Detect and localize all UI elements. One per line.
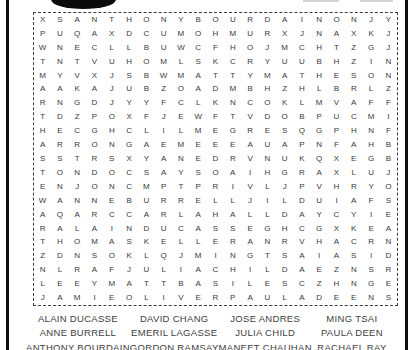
grid-cell: Y bbox=[86, 277, 103, 291]
grid-cell: J bbox=[155, 110, 172, 124]
grid-cell: N bbox=[103, 180, 120, 194]
word-list-item: MING TSAI bbox=[312, 311, 392, 326]
grid-cell: H bbox=[51, 235, 68, 249]
grid-cell: D bbox=[276, 208, 293, 222]
grid-cell: M bbox=[172, 138, 189, 152]
cropped-header-mark bbox=[360, 0, 393, 2]
grid-cell: Z bbox=[276, 83, 293, 97]
grid-cell: M bbox=[69, 291, 86, 305]
grid-cell: G bbox=[224, 124, 241, 138]
grid-cell: Y bbox=[51, 69, 68, 83]
grid-cell: Z bbox=[69, 110, 86, 124]
grid-cell: O bbox=[103, 110, 120, 124]
cropped-header-mark bbox=[303, 0, 339, 2]
grid-cell: H bbox=[207, 208, 224, 222]
grid-cell: F bbox=[155, 96, 172, 110]
grid-cell: D bbox=[259, 110, 276, 124]
grid-cell: S bbox=[380, 291, 397, 305]
grid-cell: Y bbox=[138, 96, 155, 110]
grid-cell: E bbox=[155, 235, 172, 249]
grid-cell: O bbox=[362, 69, 379, 83]
grid-cell: L bbox=[241, 208, 258, 222]
grid-cell: X bbox=[103, 27, 120, 41]
grid-cell: J bbox=[120, 263, 137, 277]
grid-cell: R bbox=[51, 138, 68, 152]
grid-cell: U bbox=[138, 194, 155, 208]
grid-cell: O bbox=[207, 166, 224, 180]
grid-cell: O bbox=[241, 41, 258, 55]
grid-cell: C bbox=[328, 208, 345, 222]
grid-cell: O bbox=[69, 235, 86, 249]
grid-cell: S bbox=[120, 235, 137, 249]
word-list-item: GORDON RAMSAY bbox=[130, 340, 219, 350]
grid-cell: S bbox=[190, 55, 207, 69]
grid-cell: U bbox=[155, 222, 172, 236]
grid-cell: E bbox=[362, 222, 379, 236]
grid-cell: D bbox=[51, 110, 68, 124]
grid-cell: U bbox=[224, 13, 241, 27]
grid-cell: A bbox=[293, 263, 310, 277]
grid-cell: Z bbox=[34, 249, 51, 263]
grid-cell: L bbox=[311, 83, 328, 97]
grid-cell: N bbox=[103, 138, 120, 152]
grid-cell: C bbox=[120, 124, 137, 138]
word-list-item: EMERIL LAGASSE bbox=[130, 326, 219, 341]
grid-cell: A bbox=[190, 83, 207, 97]
page-border-right bbox=[405, 0, 408, 350]
grid-cell: E bbox=[207, 235, 224, 249]
grid-cell: H bbox=[120, 55, 137, 69]
word-list-item: JOSE ANDRES bbox=[219, 311, 312, 326]
grid-cell: E bbox=[345, 291, 362, 305]
grid-cell: N bbox=[345, 13, 362, 27]
grid-cell: E bbox=[380, 277, 397, 291]
grid-cell: H bbox=[103, 124, 120, 138]
grid-cell: S bbox=[138, 166, 155, 180]
grid-cell: C bbox=[293, 41, 310, 55]
grid-cell: F bbox=[380, 96, 397, 110]
grid-cell: V bbox=[328, 96, 345, 110]
grid-cell: A bbox=[311, 166, 328, 180]
grid-cell: B bbox=[138, 69, 155, 83]
grid-cell: C bbox=[345, 110, 362, 124]
grid-cell: A bbox=[241, 291, 258, 305]
grid-cell: Y bbox=[345, 208, 362, 222]
grid-cell: M bbox=[172, 69, 189, 83]
grid-cell: Y bbox=[259, 55, 276, 69]
grid-cell: I bbox=[241, 263, 258, 277]
grid-cell: V bbox=[293, 235, 310, 249]
grid-cell: I bbox=[241, 166, 258, 180]
grid-cell: G bbox=[120, 138, 137, 152]
grid-cell: L bbox=[120, 41, 137, 55]
grid-cell: D bbox=[380, 249, 397, 263]
grid-cell: W bbox=[34, 194, 51, 208]
grid-cell: N bbox=[155, 13, 172, 27]
grid-cell: C bbox=[345, 235, 362, 249]
grid-cell: M bbox=[224, 27, 241, 41]
grid-cell: E bbox=[103, 194, 120, 208]
grid-cell: P bbox=[86, 110, 103, 124]
grid-cell: B bbox=[138, 41, 155, 55]
grid-cell: F bbox=[207, 41, 224, 55]
word-list-item: DAVID CHANG bbox=[130, 311, 219, 326]
grid-cell: G bbox=[259, 222, 276, 236]
grid-cell: M bbox=[103, 277, 120, 291]
word-list-item: MANEET CHAUHAN bbox=[219, 340, 312, 350]
grid-cell: G bbox=[362, 152, 379, 166]
grid-cell: S bbox=[207, 222, 224, 236]
grid-cell: C bbox=[207, 263, 224, 277]
grid-cell: H bbox=[207, 27, 224, 41]
grid-cell: H bbox=[34, 124, 51, 138]
grid-cell: E bbox=[51, 277, 68, 291]
grid-cell: N bbox=[345, 263, 362, 277]
grid-cell: M bbox=[155, 55, 172, 69]
grid-cell: X bbox=[328, 152, 345, 166]
grid-cell: P bbox=[190, 180, 207, 194]
grid-cell: T bbox=[224, 110, 241, 124]
grid-cell: A bbox=[328, 27, 345, 41]
grid-cell: L bbox=[138, 291, 155, 305]
grid-cell: U bbox=[138, 263, 155, 277]
grid-cell: D bbox=[207, 83, 224, 97]
grid-cell: I bbox=[103, 222, 120, 236]
grid-cell: F bbox=[362, 194, 379, 208]
grid-cell: M bbox=[190, 124, 207, 138]
word-list-item: JULIA CHILD bbox=[219, 326, 312, 341]
grid-cell: R bbox=[86, 152, 103, 166]
grid-cell: E bbox=[207, 138, 224, 152]
grid-cell: Z bbox=[311, 277, 328, 291]
grid-cell: B bbox=[380, 152, 397, 166]
grid-cell: R bbox=[207, 291, 224, 305]
grid-cell: C bbox=[293, 277, 310, 291]
grid-cell: L bbox=[190, 96, 207, 110]
grid-cell: U bbox=[293, 55, 310, 69]
grid-cell: A bbox=[155, 152, 172, 166]
word-search-grid: XSANTHONYBOURDAINONJYPUQAXDCUMOHMURXJNAX… bbox=[33, 12, 398, 306]
grid-cell: I bbox=[311, 249, 328, 263]
grid-cell: N bbox=[51, 180, 68, 194]
grid-cell: I bbox=[362, 249, 379, 263]
grid-cell: T bbox=[172, 180, 189, 194]
grid-cell: L bbox=[34, 277, 51, 291]
grid-cell: U bbox=[51, 27, 68, 41]
grid-cell: U bbox=[241, 27, 258, 41]
grid-cell: T bbox=[259, 249, 276, 263]
grid-cell: R bbox=[34, 222, 51, 236]
grid-cell: P bbox=[328, 124, 345, 138]
grid-cell: O bbox=[328, 13, 345, 27]
grid-cell: N bbox=[362, 124, 379, 138]
grid-cell: O bbox=[86, 138, 103, 152]
word-list-item: ANNE BURRELL bbox=[26, 326, 130, 341]
grid-cell: F bbox=[328, 138, 345, 152]
grid-cell: T bbox=[293, 69, 310, 83]
grid-cell: G bbox=[311, 124, 328, 138]
grid-cell: E bbox=[190, 152, 207, 166]
grid-cell: N bbox=[380, 69, 397, 83]
grid-cell: U bbox=[155, 41, 172, 55]
grid-cell: A bbox=[224, 208, 241, 222]
grid-cell: A bbox=[345, 138, 362, 152]
grid-cell: J bbox=[241, 194, 258, 208]
grid-cell: B bbox=[172, 277, 189, 291]
grid-cell: A bbox=[138, 138, 155, 152]
grid-cell: L bbox=[259, 263, 276, 277]
grid-cell: A bbox=[380, 222, 397, 236]
grid-cell: R bbox=[345, 83, 362, 97]
grid-cell: D bbox=[311, 291, 328, 305]
grid-cell: T bbox=[138, 277, 155, 291]
grid-cell: X bbox=[120, 110, 137, 124]
grid-cell: T bbox=[207, 69, 224, 83]
grid-cell: A bbox=[190, 277, 207, 291]
grid-cell: A bbox=[276, 138, 293, 152]
grid-cell: I bbox=[172, 263, 189, 277]
grid-cell: B bbox=[138, 83, 155, 97]
grid-cell: K bbox=[276, 96, 293, 110]
grid-cell: H bbox=[328, 277, 345, 291]
grid-cell: Y bbox=[362, 180, 379, 194]
grid-cell: A bbox=[293, 249, 310, 263]
grid-cell: V bbox=[241, 110, 258, 124]
grid-cell: O bbox=[259, 96, 276, 110]
grid-cell: O bbox=[207, 13, 224, 27]
grid-cell: E bbox=[328, 291, 345, 305]
grid-cell: L bbox=[138, 124, 155, 138]
grid-cell: O bbox=[138, 55, 155, 69]
grid-cell: L bbox=[259, 180, 276, 194]
grid-cell: J bbox=[362, 13, 379, 27]
grid-cell: R bbox=[69, 138, 86, 152]
grid-cell: J bbox=[380, 27, 397, 41]
grid-cell: B bbox=[380, 138, 397, 152]
grid-cell: S bbox=[120, 69, 137, 83]
grid-cell: L bbox=[172, 235, 189, 249]
grid-cell: K bbox=[293, 152, 310, 166]
grid-cell: C bbox=[120, 208, 137, 222]
grid-cell: H bbox=[362, 138, 379, 152]
grid-cell: N bbox=[69, 194, 86, 208]
grid-cell: J bbox=[103, 83, 120, 97]
grid-cell: X bbox=[328, 222, 345, 236]
grid-cell: U bbox=[362, 166, 379, 180]
grid-cell: J bbox=[380, 166, 397, 180]
grid-cell: H bbox=[311, 235, 328, 249]
grid-cell: N bbox=[224, 249, 241, 263]
grid-cell: M bbox=[172, 27, 189, 41]
grid-cell: S bbox=[190, 166, 207, 180]
grid-cell: L bbox=[259, 208, 276, 222]
grid-cell: L bbox=[224, 194, 241, 208]
grid-cell: E bbox=[34, 180, 51, 194]
grid-cell: X bbox=[276, 27, 293, 41]
grid-cell: C bbox=[293, 222, 310, 236]
grid-cell: E bbox=[259, 277, 276, 291]
grid-cell: A bbox=[51, 291, 68, 305]
grid-cell: T bbox=[34, 166, 51, 180]
grid-cell: X bbox=[345, 27, 362, 41]
grid-cell: E bbox=[69, 277, 86, 291]
grid-cell: B bbox=[293, 110, 310, 124]
grid-cell: A bbox=[51, 194, 68, 208]
grid-cell: R bbox=[241, 55, 258, 69]
grid-cell: F bbox=[103, 263, 120, 277]
grid-cell: A bbox=[69, 13, 86, 27]
grid-cell: M bbox=[311, 96, 328, 110]
grid-cell: Y bbox=[380, 13, 397, 27]
grid-cell: R bbox=[172, 194, 189, 208]
grid-cell: Z bbox=[345, 55, 362, 69]
grid-cell: C bbox=[224, 55, 241, 69]
grid-cell: S bbox=[276, 277, 293, 291]
grid-cell: M bbox=[34, 69, 51, 83]
grid-cell: E bbox=[224, 138, 241, 152]
grid-cell: H bbox=[259, 166, 276, 180]
grid-cell: H bbox=[120, 13, 137, 27]
grid-cell: C bbox=[103, 208, 120, 222]
grid-cell: K bbox=[345, 222, 362, 236]
grid-cell: V bbox=[241, 180, 258, 194]
grid-cell: A bbox=[155, 166, 172, 180]
grid-cell: R bbox=[259, 27, 276, 41]
grid-cell: S bbox=[86, 249, 103, 263]
grid-cell: R bbox=[276, 235, 293, 249]
grid-cell: X bbox=[120, 152, 137, 166]
grid-cell: A bbox=[293, 208, 310, 222]
word-list-item: PAULA DEEN bbox=[312, 326, 392, 341]
grid-cell: W bbox=[155, 69, 172, 83]
grid-cell: U bbox=[259, 138, 276, 152]
grid-cell: B bbox=[120, 194, 137, 208]
grid-cell: C bbox=[172, 96, 189, 110]
grid-cell: N bbox=[380, 235, 397, 249]
grid-cell: O bbox=[86, 180, 103, 194]
word-list-item: ANTHONY BOURDAIN bbox=[26, 340, 130, 350]
grid-cell: Y bbox=[138, 152, 155, 166]
grid-cell: O bbox=[138, 13, 155, 27]
grid-cell: S bbox=[276, 249, 293, 263]
grid-cell: I bbox=[293, 13, 310, 27]
grid-cell: N bbox=[69, 249, 86, 263]
word-list-item: RACHAEL RAY bbox=[312, 340, 392, 350]
grid-cell: W bbox=[34, 41, 51, 55]
grid-cell: H bbox=[328, 180, 345, 194]
grid-cell: I bbox=[86, 291, 103, 305]
grid-cell: Z bbox=[380, 83, 397, 97]
grid-cell: L bbox=[172, 208, 189, 222]
grid-cell: N bbox=[51, 41, 68, 55]
grid-cell: D bbox=[207, 152, 224, 166]
grid-cell: M bbox=[259, 69, 276, 83]
grid-cell: J bbox=[34, 291, 51, 305]
grid-cell: A bbox=[86, 83, 103, 97]
grid-cell: E bbox=[190, 194, 207, 208]
grid-cell: L bbox=[276, 194, 293, 208]
grid-cell: D bbox=[293, 194, 310, 208]
grid-cell: P bbox=[224, 291, 241, 305]
grid-cell: A bbox=[86, 27, 103, 41]
grid-cell: Y bbox=[311, 208, 328, 222]
grid-cell: R bbox=[224, 235, 241, 249]
grid-cell: R bbox=[293, 166, 310, 180]
grid-cell: G bbox=[241, 249, 258, 263]
grid-cell: R bbox=[241, 124, 258, 138]
grid-cell: A bbox=[138, 208, 155, 222]
grid-cell: O bbox=[103, 249, 120, 263]
grid-cell: A bbox=[69, 208, 86, 222]
grid-cell: Q bbox=[293, 124, 310, 138]
grid-cell: O bbox=[276, 110, 293, 124]
grid-cell: R bbox=[155, 194, 172, 208]
page-border-left bbox=[6, 0, 9, 350]
grid-cell: E bbox=[172, 110, 189, 124]
grid-cell: L bbox=[138, 249, 155, 263]
grid-cell: A bbox=[103, 235, 120, 249]
grid-cell: E bbox=[345, 152, 362, 166]
grid-cell: U bbox=[328, 110, 345, 124]
grid-cell: L bbox=[241, 277, 258, 291]
grid-cell: M bbox=[276, 41, 293, 55]
grid-cell: J bbox=[103, 96, 120, 110]
grid-cell: A bbox=[190, 263, 207, 277]
grid-cell: T bbox=[103, 13, 120, 27]
grid-cell: E bbox=[380, 208, 397, 222]
grid-cell: J bbox=[276, 180, 293, 194]
grid-cell: H bbox=[276, 222, 293, 236]
grid-cell: I bbox=[362, 208, 379, 222]
grid-cell: E bbox=[155, 138, 172, 152]
grid-cell: E bbox=[69, 41, 86, 55]
grid-cell: F bbox=[207, 110, 224, 124]
grid-cell: H bbox=[293, 83, 310, 97]
grid-cell: X bbox=[86, 69, 103, 83]
grid-cell: Z bbox=[155, 83, 172, 97]
grid-cell: N bbox=[311, 27, 328, 41]
grid-cell: I bbox=[155, 124, 172, 138]
grid-cell: A bbox=[34, 83, 51, 97]
grid-cell: Y bbox=[120, 96, 137, 110]
grid-cell: E bbox=[241, 222, 258, 236]
grid-cell: T bbox=[69, 55, 86, 69]
grid-cell: K bbox=[207, 96, 224, 110]
word-list-item: ALAIN DUCASSE bbox=[26, 311, 130, 326]
grid-cell: M bbox=[224, 83, 241, 97]
grid-cell: A bbox=[34, 138, 51, 152]
grid-cell: G bbox=[276, 166, 293, 180]
grid-cell: D bbox=[51, 249, 68, 263]
grid-cell: N bbox=[69, 166, 86, 180]
grid-cell: I bbox=[207, 249, 224, 263]
grid-cell: E bbox=[207, 124, 224, 138]
grid-cell: L bbox=[207, 194, 224, 208]
grid-cell: C bbox=[190, 41, 207, 55]
grid-cell: E bbox=[190, 291, 207, 305]
grid-cell: K bbox=[207, 55, 224, 69]
grid-cell: F bbox=[138, 110, 155, 124]
grid-cell: O bbox=[51, 166, 68, 180]
grid-cell: Y bbox=[172, 13, 189, 27]
grid-cell: L bbox=[51, 263, 68, 277]
grid-cell: R bbox=[362, 235, 379, 249]
grid-cell: J bbox=[259, 41, 276, 55]
grid-cell: N bbox=[51, 55, 68, 69]
grid-cell: I bbox=[362, 55, 379, 69]
word-list: ALAIN DUCASSEDAVID CHANGJOSE ANDRESMING … bbox=[26, 311, 392, 350]
grid-cell: Q bbox=[155, 249, 172, 263]
